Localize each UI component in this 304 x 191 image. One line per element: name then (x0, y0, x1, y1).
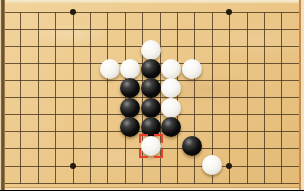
black-stone (120, 98, 140, 118)
game-board[interactable] (0, 0, 304, 190)
star-point (226, 163, 232, 169)
white-stone (161, 98, 181, 118)
marker-corner (154, 149, 163, 158)
last-move-marker (139, 134, 163, 158)
white-stone (161, 78, 181, 98)
marker-corner (139, 149, 148, 158)
white-stone (141, 40, 161, 60)
board-right-edge (299, 0, 304, 190)
black-stone (161, 117, 181, 137)
black-stone (141, 98, 161, 118)
black-stone (141, 59, 161, 79)
star-point (70, 9, 76, 15)
star-point (226, 9, 232, 15)
star-point (70, 163, 76, 169)
board-top-edge (0, 0, 304, 3)
black-stone (141, 117, 161, 137)
white-stone (202, 155, 222, 175)
white-stone (161, 59, 181, 79)
black-stone (182, 136, 202, 156)
white-stone (100, 59, 120, 79)
white-stone (141, 136, 161, 156)
white-stone (182, 59, 202, 79)
black-stone (141, 78, 161, 98)
board-left-edge (0, 0, 5, 190)
black-stone (120, 117, 140, 137)
stone-layer (100, 40, 222, 174)
black-stone (120, 78, 140, 98)
white-stone (120, 59, 140, 79)
board-bottom-edge (0, 187, 304, 191)
